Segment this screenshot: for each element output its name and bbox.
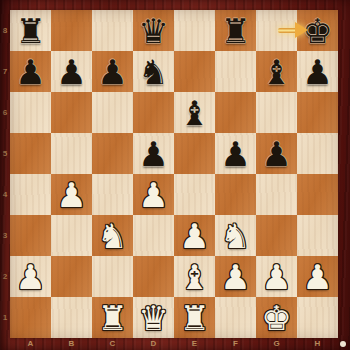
piece-white-rook-c1[interactable]: ♜ xyxy=(97,301,127,335)
file-label-d: D xyxy=(133,337,174,350)
chess-board: ♜♛♜♚♟♟♟♞♝♟♝♟♟♟♟♟♞♟♞♟♝♟♟♟♜♛♜♚ xyxy=(10,10,338,338)
square-f6[interactable] xyxy=(215,92,256,133)
piece-white-pawn-d4[interactable]: ♟ xyxy=(138,178,168,212)
file-label-e: E xyxy=(174,337,215,350)
piece-black-king-h8[interactable]: ♚ xyxy=(302,14,332,48)
piece-black-pawn-d5[interactable]: ♟ xyxy=(138,137,168,171)
square-b6[interactable] xyxy=(51,92,92,133)
piece-black-pawn-g5[interactable]: ♟ xyxy=(261,137,291,171)
piece-black-queen-d8[interactable]: ♛ xyxy=(138,14,168,48)
square-g2[interactable]: ♟ xyxy=(256,256,297,297)
square-c5[interactable] xyxy=(92,133,133,174)
piece-black-bishop-g7[interactable]: ♝ xyxy=(261,55,291,89)
piece-white-pawn-f2[interactable]: ♟ xyxy=(220,260,250,294)
square-b1[interactable] xyxy=(51,297,92,338)
square-a3[interactable] xyxy=(10,215,51,256)
file-label-a: A xyxy=(10,337,51,350)
rank-label-7: 7 xyxy=(0,51,10,92)
square-c3[interactable]: ♞ xyxy=(92,215,133,256)
square-a7[interactable]: ♟ xyxy=(10,51,51,92)
square-h5[interactable] xyxy=(297,133,338,174)
piece-white-rook-e1[interactable]: ♜ xyxy=(179,301,209,335)
rank-label-6: 6 xyxy=(0,92,10,133)
file-label-c: C xyxy=(92,337,133,350)
square-a5[interactable] xyxy=(10,133,51,174)
square-e3[interactable]: ♟ xyxy=(174,215,215,256)
square-f4[interactable] xyxy=(215,174,256,215)
square-e4[interactable] xyxy=(174,174,215,215)
square-g7[interactable]: ♝ xyxy=(256,51,297,92)
piece-black-pawn-f5[interactable]: ♟ xyxy=(220,137,250,171)
square-b2[interactable] xyxy=(51,256,92,297)
piece-white-pawn-a2[interactable]: ♟ xyxy=(15,260,45,294)
piece-white-pawn-h2[interactable]: ♟ xyxy=(302,260,332,294)
file-label-f: F xyxy=(215,337,256,350)
square-b4[interactable]: ♟ xyxy=(51,174,92,215)
square-c6[interactable] xyxy=(92,92,133,133)
rank-label-1: 1 xyxy=(0,297,10,338)
piece-black-pawn-c7[interactable]: ♟ xyxy=(97,55,127,89)
square-a8[interactable]: ♜ xyxy=(10,10,51,51)
square-f3[interactable]: ♞ xyxy=(215,215,256,256)
rank-label-8: 8 xyxy=(0,10,10,51)
square-a4[interactable] xyxy=(10,174,51,215)
square-g8[interactable] xyxy=(256,10,297,51)
square-d4[interactable]: ♟ xyxy=(133,174,174,215)
piece-black-pawn-h7[interactable]: ♟ xyxy=(302,55,332,89)
square-h4[interactable] xyxy=(297,174,338,215)
square-f1[interactable] xyxy=(215,297,256,338)
square-e5[interactable] xyxy=(174,133,215,174)
square-g5[interactable]: ♟ xyxy=(256,133,297,174)
file-label-b: B xyxy=(51,337,92,350)
square-a1[interactable] xyxy=(10,297,51,338)
square-d6[interactable] xyxy=(133,92,174,133)
file-label-g: G xyxy=(256,337,297,350)
square-f2[interactable]: ♟ xyxy=(215,256,256,297)
square-b8[interactable] xyxy=(51,10,92,51)
square-c7[interactable]: ♟ xyxy=(92,51,133,92)
square-a2[interactable]: ♟ xyxy=(10,256,51,297)
square-h3[interactable] xyxy=(297,215,338,256)
piece-white-pawn-e3[interactable]: ♟ xyxy=(179,219,209,253)
square-e7[interactable] xyxy=(174,51,215,92)
square-d5[interactable]: ♟ xyxy=(133,133,174,174)
square-g3[interactable] xyxy=(256,215,297,256)
piece-black-rook-a8[interactable]: ♜ xyxy=(15,14,45,48)
piece-white-pawn-g2[interactable]: ♟ xyxy=(261,260,291,294)
square-d3[interactable] xyxy=(133,215,174,256)
square-f8[interactable]: ♜ xyxy=(215,10,256,51)
square-c8[interactable] xyxy=(92,10,133,51)
piece-black-pawn-a7[interactable]: ♟ xyxy=(15,55,45,89)
square-g6[interactable] xyxy=(256,92,297,133)
piece-white-pawn-b4[interactable]: ♟ xyxy=(56,178,86,212)
square-d8[interactable]: ♛ xyxy=(133,10,174,51)
piece-white-king-g1[interactable]: ♚ xyxy=(261,301,291,335)
piece-black-bishop-e6[interactable]: ♝ xyxy=(179,96,209,130)
piece-black-knight-d7[interactable]: ♞ xyxy=(138,55,168,89)
piece-white-knight-f3[interactable]: ♞ xyxy=(220,219,250,253)
square-f5[interactable]: ♟ xyxy=(215,133,256,174)
square-c2[interactable] xyxy=(92,256,133,297)
piece-white-knight-c3[interactable]: ♞ xyxy=(97,219,127,253)
piece-black-rook-f8[interactable]: ♜ xyxy=(220,14,250,48)
file-labels: ABCDEFGH xyxy=(10,337,338,350)
rank-label-4: 4 xyxy=(0,174,10,215)
square-a6[interactable] xyxy=(10,92,51,133)
square-h6[interactable] xyxy=(297,92,338,133)
square-b7[interactable]: ♟ xyxy=(51,51,92,92)
square-d1[interactable]: ♛ xyxy=(133,297,174,338)
square-h7[interactable]: ♟ xyxy=(297,51,338,92)
rank-label-5: 5 xyxy=(0,133,10,174)
rank-label-2: 2 xyxy=(0,256,10,297)
chess-board-widget: ♜♛♜♚♟♟♟♞♝♟♝♟♟♟♟♟♞♟♞♟♝♟♟♟♜♛♜♚ 87654321 AB… xyxy=(0,0,350,350)
square-g1[interactable]: ♚ xyxy=(256,297,297,338)
piece-white-bishop-e2[interactable]: ♝ xyxy=(179,260,209,294)
file-label-h: H xyxy=(297,337,338,350)
square-e1[interactable]: ♜ xyxy=(174,297,215,338)
square-h2[interactable]: ♟ xyxy=(297,256,338,297)
rank-labels: 87654321 xyxy=(0,10,10,338)
square-e6[interactable]: ♝ xyxy=(174,92,215,133)
piece-white-queen-d1[interactable]: ♛ xyxy=(138,301,168,335)
square-h1[interactable] xyxy=(297,297,338,338)
square-b3[interactable] xyxy=(51,215,92,256)
square-c1[interactable]: ♜ xyxy=(92,297,133,338)
square-e8[interactable] xyxy=(174,10,215,51)
square-g4[interactable] xyxy=(256,174,297,215)
piece-black-pawn-b7[interactable]: ♟ xyxy=(56,55,86,89)
square-f7[interactable] xyxy=(215,51,256,92)
square-d7[interactable]: ♞ xyxy=(133,51,174,92)
square-d2[interactable] xyxy=(133,256,174,297)
corner-dot xyxy=(340,341,346,347)
square-h8[interactable]: ♚ xyxy=(297,10,338,51)
square-e2[interactable]: ♝ xyxy=(174,256,215,297)
square-b5[interactable] xyxy=(51,133,92,174)
square-c4[interactable] xyxy=(92,174,133,215)
rank-label-3: 3 xyxy=(0,215,10,256)
